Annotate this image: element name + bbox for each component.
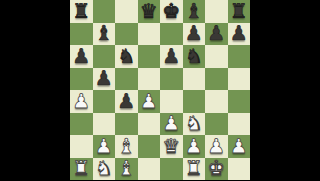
square-d8[interactable]: ♛ — [138, 0, 161, 23]
square-a1[interactable]: ♜ — [70, 158, 93, 181]
square-h4[interactable] — [228, 90, 251, 113]
square-b1[interactable]: ♞ — [93, 158, 116, 181]
black-rook[interactable]: ♜ — [230, 0, 248, 22]
square-e8[interactable]: ♚ — [160, 0, 183, 23]
white-pawn[interactable]: ♟ — [185, 135, 203, 158]
square-c8[interactable] — [115, 0, 138, 23]
square-b5[interactable]: ♟ — [93, 68, 116, 91]
black-pawn[interactable]: ♟ — [230, 22, 248, 45]
black-king[interactable]: ♚ — [162, 0, 180, 22]
white-pawn[interactable]: ♟ — [72, 90, 90, 113]
square-b4[interactable] — [93, 90, 116, 113]
black-pawn[interactable]: ♟ — [185, 22, 203, 45]
square-c5[interactable] — [115, 68, 138, 91]
square-c6[interactable]: ♞ — [115, 45, 138, 68]
black-queen[interactable]: ♛ — [140, 0, 158, 22]
white-pawn[interactable]: ♟ — [95, 135, 113, 158]
square-a4[interactable]: ♟ — [70, 90, 93, 113]
square-e4[interactable] — [160, 90, 183, 113]
square-h1[interactable] — [228, 158, 251, 181]
square-d3[interactable] — [138, 113, 161, 136]
square-c7[interactable] — [115, 23, 138, 46]
black-pawn[interactable]: ♟ — [207, 22, 225, 45]
square-g7[interactable]: ♟ — [205, 23, 228, 46]
square-d1[interactable] — [138, 158, 161, 181]
white-queen[interactable]: ♛ — [162, 135, 180, 158]
square-e7[interactable] — [160, 23, 183, 46]
square-d4[interactable]: ♟ — [138, 90, 161, 113]
white-pawn[interactable]: ♟ — [207, 135, 225, 158]
square-h5[interactable] — [228, 68, 251, 91]
square-h6[interactable] — [228, 45, 251, 68]
black-pawn[interactable]: ♟ — [162, 45, 180, 68]
square-c1[interactable]: ♝ — [115, 158, 138, 181]
square-e1[interactable] — [160, 158, 183, 181]
square-d7[interactable] — [138, 23, 161, 46]
black-knight[interactable]: ♞ — [185, 45, 203, 68]
black-rook[interactable]: ♜ — [72, 0, 90, 22]
black-knight[interactable]: ♞ — [117, 45, 135, 68]
square-b2[interactable]: ♟ — [93, 135, 116, 158]
square-g3[interactable] — [205, 113, 228, 136]
square-a3[interactable] — [70, 113, 93, 136]
square-c2[interactable]: ♝ — [115, 135, 138, 158]
square-f4[interactable] — [183, 90, 206, 113]
square-e3[interactable]: ♟ — [160, 113, 183, 136]
square-g4[interactable] — [205, 90, 228, 113]
square-g5[interactable] — [205, 68, 228, 91]
square-g1[interactable]: ♚ — [205, 158, 228, 181]
chess-board: ♜♛♚♝♜♝♟♟♟♟♞♟♞♟♟♟♟♟♞♟♝♛♟♟♟♜♞♝♜♚ — [70, 0, 250, 180]
app-background: ♜♛♚♝♜♝♟♟♟♟♞♟♞♟♟♟♟♟♞♟♝♛♟♟♟♜♞♝♜♚ — [0, 0, 320, 180]
square-f2[interactable]: ♟ — [183, 135, 206, 158]
right-letterbox-bar — [250, 0, 320, 180]
white-pawn[interactable]: ♟ — [230, 135, 248, 158]
square-h3[interactable] — [228, 113, 251, 136]
square-a5[interactable] — [70, 68, 93, 91]
white-rook[interactable]: ♜ — [72, 157, 90, 180]
square-b8[interactable] — [93, 0, 116, 23]
square-h2[interactable]: ♟ — [228, 135, 251, 158]
white-king[interactable]: ♚ — [207, 157, 225, 180]
black-pawn[interactable]: ♟ — [117, 90, 135, 113]
square-a7[interactable] — [70, 23, 93, 46]
square-c3[interactable] — [115, 113, 138, 136]
square-a6[interactable]: ♟ — [70, 45, 93, 68]
square-g2[interactable]: ♟ — [205, 135, 228, 158]
white-knight[interactable]: ♞ — [185, 112, 203, 135]
square-f6[interactable]: ♞ — [183, 45, 206, 68]
white-knight[interactable]: ♞ — [95, 157, 113, 180]
square-d6[interactable] — [138, 45, 161, 68]
black-bishop[interactable]: ♝ — [95, 22, 113, 45]
square-b6[interactable] — [93, 45, 116, 68]
square-a2[interactable] — [70, 135, 93, 158]
square-b3[interactable] — [93, 113, 116, 136]
square-f5[interactable] — [183, 68, 206, 91]
white-bishop[interactable]: ♝ — [117, 135, 135, 158]
square-h7[interactable]: ♟ — [228, 23, 251, 46]
square-f7[interactable]: ♟ — [183, 23, 206, 46]
square-f3[interactable]: ♞ — [183, 113, 206, 136]
square-f8[interactable]: ♝ — [183, 0, 206, 23]
square-h8[interactable]: ♜ — [228, 0, 251, 23]
square-e2[interactable]: ♛ — [160, 135, 183, 158]
square-g8[interactable] — [205, 0, 228, 23]
left-letterbox-bar — [0, 0, 70, 180]
square-d5[interactable] — [138, 68, 161, 91]
white-pawn[interactable]: ♟ — [162, 112, 180, 135]
square-c4[interactable]: ♟ — [115, 90, 138, 113]
white-rook[interactable]: ♜ — [185, 157, 203, 180]
white-bishop[interactable]: ♝ — [117, 157, 135, 180]
square-a8[interactable]: ♜ — [70, 0, 93, 23]
square-b7[interactable]: ♝ — [93, 23, 116, 46]
square-d2[interactable] — [138, 135, 161, 158]
white-pawn[interactable]: ♟ — [140, 90, 158, 113]
black-pawn[interactable]: ♟ — [95, 67, 113, 90]
square-e5[interactable] — [160, 68, 183, 91]
black-bishop[interactable]: ♝ — [185, 0, 203, 22]
square-e6[interactable]: ♟ — [160, 45, 183, 68]
square-g6[interactable] — [205, 45, 228, 68]
black-pawn[interactable]: ♟ — [72, 45, 90, 68]
square-f1[interactable]: ♜ — [183, 158, 206, 181]
